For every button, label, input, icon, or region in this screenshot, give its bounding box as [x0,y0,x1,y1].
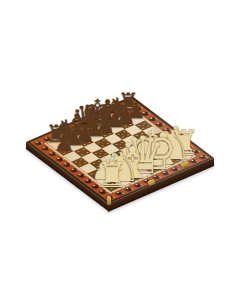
brass-pin-icon [107,196,111,205]
light-sheen [26,96,214,204]
chess-board [26,96,214,204]
product-photo-chess-set: ♜♞♝♛♚♝♞♜♟♟♟♟♟♟♟♟♟♟♟♟♟♟♟♟♜♞♝♛♚♝♞♜ [0,0,240,303]
